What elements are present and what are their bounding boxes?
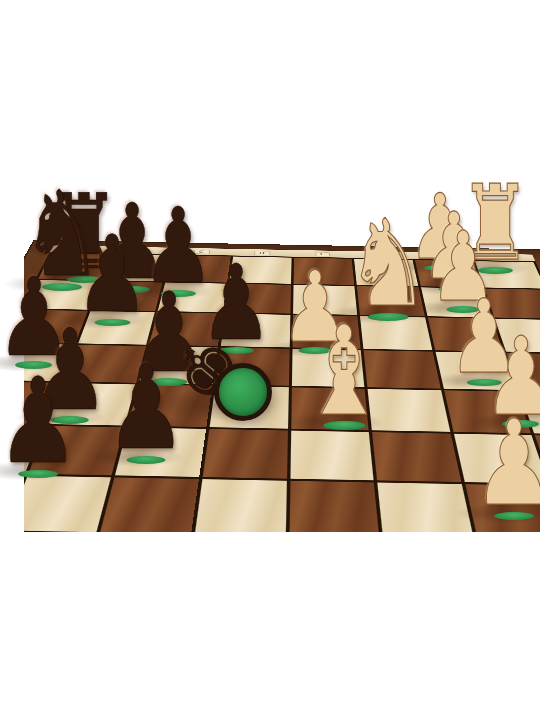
pawn-glyph: ♟ — [0, 367, 79, 476]
square-d3 — [203, 429, 288, 478]
pawn-glyph: ♟ — [473, 409, 540, 518]
square-e2 — [289, 481, 380, 532]
square-c2 — [100, 477, 198, 532]
black-pawn-a3[interactable]: ♟ — [0, 367, 91, 476]
chess-photo-page: ABCDEFGH ♟♜♜♞♟♟♟♟♞♟♟♟♟♟♟♚♟♟♝♟♟♟ — [0, 0, 540, 720]
black-pawn-b3[interactable]: ♟ — [94, 355, 198, 462]
white-pawn-h2[interactable]: ♟ — [461, 409, 540, 518]
bishop-glyph: ♝ — [301, 314, 388, 428]
pawn-glyph: ♟ — [105, 355, 186, 462]
square-d2 — [195, 479, 287, 532]
white-bishop-e4[interactable]: ♝ — [288, 314, 399, 428]
pieces-layer: ♟♜♜♞♟♟♟♟♞♟♟♟♟♟♟♚♟♟♝♟♟♟ — [0, 0, 540, 720]
green-felt-base — [214, 363, 272, 421]
